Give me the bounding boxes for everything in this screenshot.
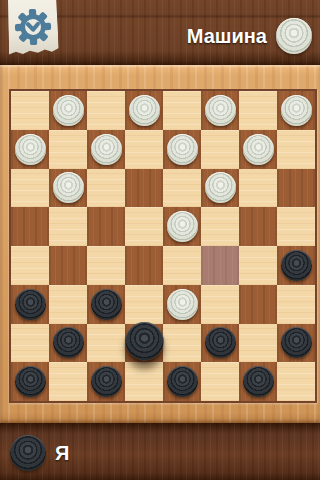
square-f6[interactable] (201, 169, 239, 208)
square-e4[interactable] (163, 246, 201, 285)
square-c8[interactable] (87, 91, 125, 130)
square-h3[interactable] (277, 285, 315, 324)
square-g5[interactable] (239, 207, 277, 246)
square-d6[interactable] (125, 169, 163, 208)
square-f8[interactable] (201, 91, 239, 130)
square-f5[interactable] (201, 207, 239, 246)
gear-check-icon (13, 7, 52, 46)
square-f4[interactable] (201, 246, 239, 285)
white-piece[interactable] (167, 211, 198, 242)
square-b2[interactable] (49, 324, 87, 363)
white-checker-icon (276, 18, 312, 54)
square-a3[interactable] (11, 285, 49, 324)
black-piece[interactable] (243, 366, 274, 397)
square-d2[interactable] (125, 324, 163, 363)
top-bar: Машина (0, 0, 320, 65)
white-piece[interactable] (15, 134, 46, 165)
square-e8[interactable] (163, 91, 201, 130)
black-piece[interactable] (167, 366, 198, 397)
square-h6[interactable] (277, 169, 315, 208)
square-b7[interactable] (49, 130, 87, 169)
square-h8[interactable] (277, 91, 315, 130)
checkers-app: Машина Я (0, 0, 320, 480)
black-piece[interactable] (53, 327, 84, 358)
square-g8[interactable] (239, 91, 277, 130)
bottom-bar: Я (0, 423, 320, 480)
black-piece[interactable] (125, 322, 163, 360)
square-b3[interactable] (49, 285, 87, 324)
square-h2[interactable] (277, 324, 315, 363)
black-piece[interactable] (91, 289, 122, 320)
square-a7[interactable] (11, 130, 49, 169)
square-c7[interactable] (87, 130, 125, 169)
square-g2[interactable] (239, 324, 277, 363)
white-piece[interactable] (205, 95, 236, 126)
black-piece[interactable] (205, 327, 236, 358)
black-piece[interactable] (281, 250, 312, 281)
square-d1[interactable] (125, 362, 163, 401)
square-a1[interactable] (11, 362, 49, 401)
white-piece[interactable] (91, 134, 122, 165)
square-c1[interactable] (87, 362, 125, 401)
square-e6[interactable] (163, 169, 201, 208)
square-a5[interactable] (11, 207, 49, 246)
square-e2[interactable] (163, 324, 201, 363)
square-f1[interactable] (201, 362, 239, 401)
square-f2[interactable] (201, 324, 239, 363)
square-f3[interactable] (201, 285, 239, 324)
player-label: Я (55, 442, 69, 465)
square-b5[interactable] (49, 207, 87, 246)
square-b8[interactable] (49, 91, 87, 130)
square-d5[interactable] (125, 207, 163, 246)
square-a4[interactable] (11, 246, 49, 285)
white-piece[interactable] (129, 95, 160, 126)
square-c4[interactable] (87, 246, 125, 285)
white-piece[interactable] (167, 289, 198, 320)
square-g6[interactable] (239, 169, 277, 208)
square-c5[interactable] (87, 207, 125, 246)
square-c2[interactable] (87, 324, 125, 363)
square-a8[interactable] (11, 91, 49, 130)
square-e3[interactable] (163, 285, 201, 324)
square-h5[interactable] (277, 207, 315, 246)
square-c3[interactable] (87, 285, 125, 324)
square-g7[interactable] (239, 130, 277, 169)
black-piece[interactable] (91, 366, 122, 397)
square-g3[interactable] (239, 285, 277, 324)
black-piece[interactable] (281, 327, 312, 358)
square-e1[interactable] (163, 362, 201, 401)
black-piece[interactable] (15, 289, 46, 320)
square-c6[interactable] (87, 169, 125, 208)
white-piece[interactable] (53, 95, 84, 126)
board (9, 89, 317, 403)
square-e5[interactable] (163, 207, 201, 246)
square-d8[interactable] (125, 91, 163, 130)
white-piece[interactable] (167, 134, 198, 165)
square-b1[interactable] (49, 362, 87, 401)
square-g4[interactable] (239, 246, 277, 285)
square-h1[interactable] (277, 362, 315, 401)
board-frame (0, 65, 320, 423)
square-a6[interactable] (11, 169, 49, 208)
square-a2[interactable] (11, 324, 49, 363)
square-b6[interactable] (49, 169, 87, 208)
square-d7[interactable] (125, 130, 163, 169)
white-piece[interactable] (53, 172, 84, 203)
black-piece[interactable] (15, 366, 46, 397)
square-d3[interactable] (125, 285, 163, 324)
white-piece[interactable] (281, 95, 312, 126)
square-h7[interactable] (277, 130, 315, 169)
white-piece[interactable] (205, 172, 236, 203)
square-e7[interactable] (163, 130, 201, 169)
white-piece[interactable] (243, 134, 274, 165)
square-d4[interactable] (125, 246, 163, 285)
settings-button[interactable] (7, 0, 59, 57)
square-h4[interactable] (277, 246, 315, 285)
opponent-info: Машина (187, 14, 312, 58)
square-f7[interactable] (201, 130, 239, 169)
opponent-label: Машина (187, 25, 267, 48)
square-b4[interactable] (49, 246, 87, 285)
square-g1[interactable] (239, 362, 277, 401)
player-info: Я (10, 433, 69, 473)
dark-checker-icon (10, 435, 46, 471)
